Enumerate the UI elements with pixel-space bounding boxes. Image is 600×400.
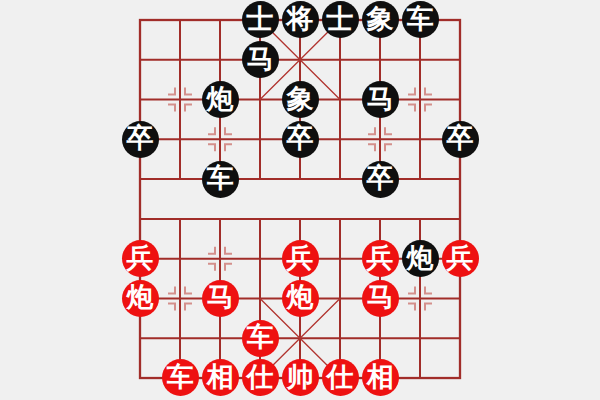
piece-red-advisor[interactable]: 仕 [242,359,279,396]
pieces-layer: 士将士象车马炮象马卒卒卒车卒兵兵兵炮兵炮马炮马车车相仕帅仕相 [120,0,480,398]
piece-black-soldier[interactable]: 卒 [122,121,159,158]
piece-black-chariot[interactable]: 车 [402,1,439,38]
piece-red-soldier[interactable]: 兵 [122,240,159,277]
piece-black-cannon[interactable]: 炮 [202,81,239,118]
piece-red-chariot[interactable]: 车 [162,359,199,396]
piece-black-general[interactable]: 将 [282,1,319,38]
xiangqi-board: 士将士象车马炮象马卒卒卒车卒兵兵兵炮兵炮马炮马车车相仕帅仕相 [0,0,600,400]
piece-black-soldier[interactable]: 卒 [282,121,319,158]
piece-red-elephant[interactable]: 相 [202,359,239,396]
piece-black-elephant[interactable]: 象 [362,1,399,38]
piece-red-general[interactable]: 帅 [282,359,319,396]
piece-black-horse[interactable]: 马 [242,41,279,78]
piece-red-advisor[interactable]: 仕 [322,359,359,396]
piece-black-advisor[interactable]: 士 [242,1,279,38]
piece-red-cannon[interactable]: 炮 [122,280,159,317]
piece-red-chariot[interactable]: 车 [242,320,279,357]
piece-black-cannon[interactable]: 炮 [402,240,439,277]
piece-black-soldier[interactable]: 卒 [442,121,479,158]
piece-black-horse[interactable]: 马 [362,81,399,118]
piece-red-soldier[interactable]: 兵 [362,240,399,277]
piece-red-horse[interactable]: 马 [362,280,399,317]
piece-red-cannon[interactable]: 炮 [282,280,319,317]
piece-black-elephant[interactable]: 象 [282,81,319,118]
piece-red-elephant[interactable]: 相 [362,359,399,396]
piece-black-chariot[interactable]: 车 [202,161,239,198]
piece-red-horse[interactable]: 马 [202,280,239,317]
piece-black-advisor[interactable]: 士 [322,1,359,38]
piece-red-soldier[interactable]: 兵 [442,240,479,277]
piece-black-soldier[interactable]: 卒 [362,161,399,198]
piece-red-soldier[interactable]: 兵 [282,240,319,277]
